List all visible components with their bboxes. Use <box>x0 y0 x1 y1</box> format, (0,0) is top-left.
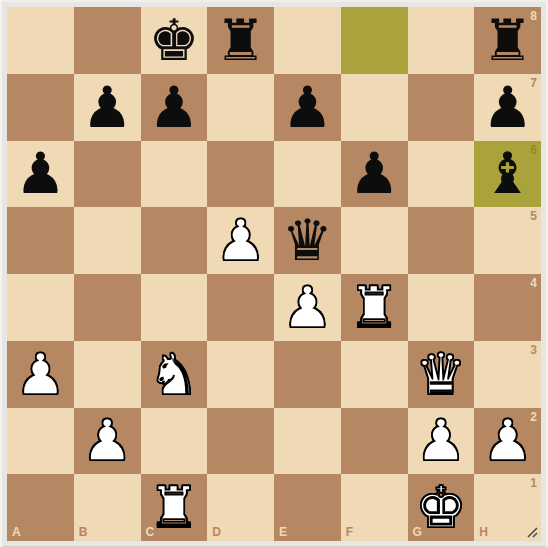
rank-label-5: 5 <box>530 210 537 222</box>
square-f3[interactable] <box>341 341 408 408</box>
square-a6[interactable]: ♟ <box>7 141 74 208</box>
white-knight[interactable]: ♞ <box>141 341 208 408</box>
white-pawn[interactable]: ♟ <box>74 408 141 475</box>
square-h5[interactable]: 5 <box>474 207 541 274</box>
square-b4[interactable] <box>74 274 141 341</box>
black-pawn[interactable]: ♟ <box>341 141 408 208</box>
white-pawn[interactable]: ♟ <box>7 341 74 408</box>
square-h7[interactable]: 7♟ <box>474 74 541 141</box>
square-d3[interactable] <box>207 341 274 408</box>
square-g6[interactable] <box>408 141 475 208</box>
square-f4[interactable]: ♜ <box>341 274 408 341</box>
square-d1[interactable]: D <box>207 474 274 541</box>
file-label-h: H <box>479 526 488 538</box>
square-d2[interactable] <box>207 408 274 475</box>
square-g7[interactable] <box>408 74 475 141</box>
rank-label-4: 4 <box>530 277 537 289</box>
square-d8[interactable]: ♜ <box>207 7 274 74</box>
square-c5[interactable] <box>141 207 208 274</box>
square-h3[interactable]: 3 <box>474 341 541 408</box>
square-a4[interactable] <box>7 274 74 341</box>
black-queen[interactable]: ♛ <box>274 207 341 274</box>
square-g1[interactable]: G♚ <box>408 474 475 541</box>
page: ♚♜8♜♟♟♟7♟♟♟6♝♟♛5♟♜4♟♞♛3♟♟2♟ABC♜DEFG♚1H <box>0 0 548 547</box>
file-label-a: A <box>12 526 21 538</box>
square-c1[interactable]: C♜ <box>141 474 208 541</box>
square-h2[interactable]: 2♟ <box>474 408 541 475</box>
square-c6[interactable] <box>141 141 208 208</box>
resize-handle-icon[interactable] <box>525 525 539 539</box>
square-a2[interactable] <box>7 408 74 475</box>
square-c3[interactable]: ♞ <box>141 341 208 408</box>
square-a3[interactable]: ♟ <box>7 341 74 408</box>
square-e1[interactable]: E <box>274 474 341 541</box>
square-f7[interactable] <box>341 74 408 141</box>
square-e3[interactable] <box>274 341 341 408</box>
square-f6[interactable]: ♟ <box>341 141 408 208</box>
square-b1[interactable]: B <box>74 474 141 541</box>
rank-label-3: 3 <box>530 344 537 356</box>
square-f1[interactable]: F <box>341 474 408 541</box>
black-bishop[interactable]: ♝ <box>474 141 541 208</box>
square-e2[interactable] <box>274 408 341 475</box>
square-b3[interactable] <box>74 341 141 408</box>
black-pawn[interactable]: ♟ <box>74 74 141 141</box>
white-pawn[interactable]: ♟ <box>408 408 475 475</box>
square-b6[interactable] <box>74 141 141 208</box>
square-e7[interactable]: ♟ <box>274 74 341 141</box>
black-pawn[interactable]: ♟ <box>474 74 541 141</box>
black-king[interactable]: ♚ <box>141 7 208 74</box>
black-pawn[interactable]: ♟ <box>274 74 341 141</box>
square-d7[interactable] <box>207 74 274 141</box>
square-f2[interactable] <box>341 408 408 475</box>
white-pawn[interactable]: ♟ <box>474 408 541 475</box>
square-c2[interactable] <box>141 408 208 475</box>
square-d4[interactable] <box>207 274 274 341</box>
black-rook[interactable]: ♜ <box>207 7 274 74</box>
black-rook[interactable]: ♜ <box>474 7 541 74</box>
square-a5[interactable] <box>7 207 74 274</box>
file-label-e: E <box>279 526 287 538</box>
white-queen[interactable]: ♛ <box>408 341 475 408</box>
square-a1[interactable]: A <box>7 474 74 541</box>
square-f8[interactable] <box>341 7 408 74</box>
file-label-d: D <box>212 526 221 538</box>
square-d5[interactable]: ♟ <box>207 207 274 274</box>
square-h4[interactable]: 4 <box>474 274 541 341</box>
white-rook[interactable]: ♜ <box>341 274 408 341</box>
square-c4[interactable] <box>141 274 208 341</box>
square-g4[interactable] <box>408 274 475 341</box>
square-b2[interactable]: ♟ <box>74 408 141 475</box>
file-label-f: F <box>346 526 353 538</box>
black-pawn[interactable]: ♟ <box>141 74 208 141</box>
square-h8[interactable]: 8♜ <box>474 7 541 74</box>
square-g3[interactable]: ♛ <box>408 341 475 408</box>
rank-label-1: 1 <box>530 477 537 489</box>
file-label-b: B <box>79 526 88 538</box>
white-pawn[interactable]: ♟ <box>207 207 274 274</box>
square-f5[interactable] <box>341 207 408 274</box>
square-d6[interactable] <box>207 141 274 208</box>
square-g5[interactable] <box>408 207 475 274</box>
white-pawn[interactable]: ♟ <box>274 274 341 341</box>
white-rook[interactable]: ♜ <box>141 474 208 541</box>
square-h6[interactable]: 6♝ <box>474 141 541 208</box>
square-b7[interactable]: ♟ <box>74 74 141 141</box>
black-pawn[interactable]: ♟ <box>7 141 74 208</box>
square-c7[interactable]: ♟ <box>141 74 208 141</box>
square-c8[interactable]: ♚ <box>141 7 208 74</box>
square-e5[interactable]: ♛ <box>274 207 341 274</box>
square-g8[interactable] <box>408 7 475 74</box>
square-b8[interactable] <box>74 7 141 74</box>
chess-board: ♚♜8♜♟♟♟7♟♟♟6♝♟♛5♟♜4♟♞♛3♟♟2♟ABC♜DEFG♚1H <box>7 7 541 541</box>
square-e4[interactable]: ♟ <box>274 274 341 341</box>
square-a7[interactable] <box>7 74 74 141</box>
square-a8[interactable] <box>7 7 74 74</box>
square-g2[interactable]: ♟ <box>408 408 475 475</box>
square-h1[interactable]: 1H <box>474 474 541 541</box>
white-king[interactable]: ♚ <box>408 474 475 541</box>
square-e8[interactable] <box>274 7 341 74</box>
square-e6[interactable] <box>274 141 341 208</box>
square-b5[interactable] <box>74 207 141 274</box>
